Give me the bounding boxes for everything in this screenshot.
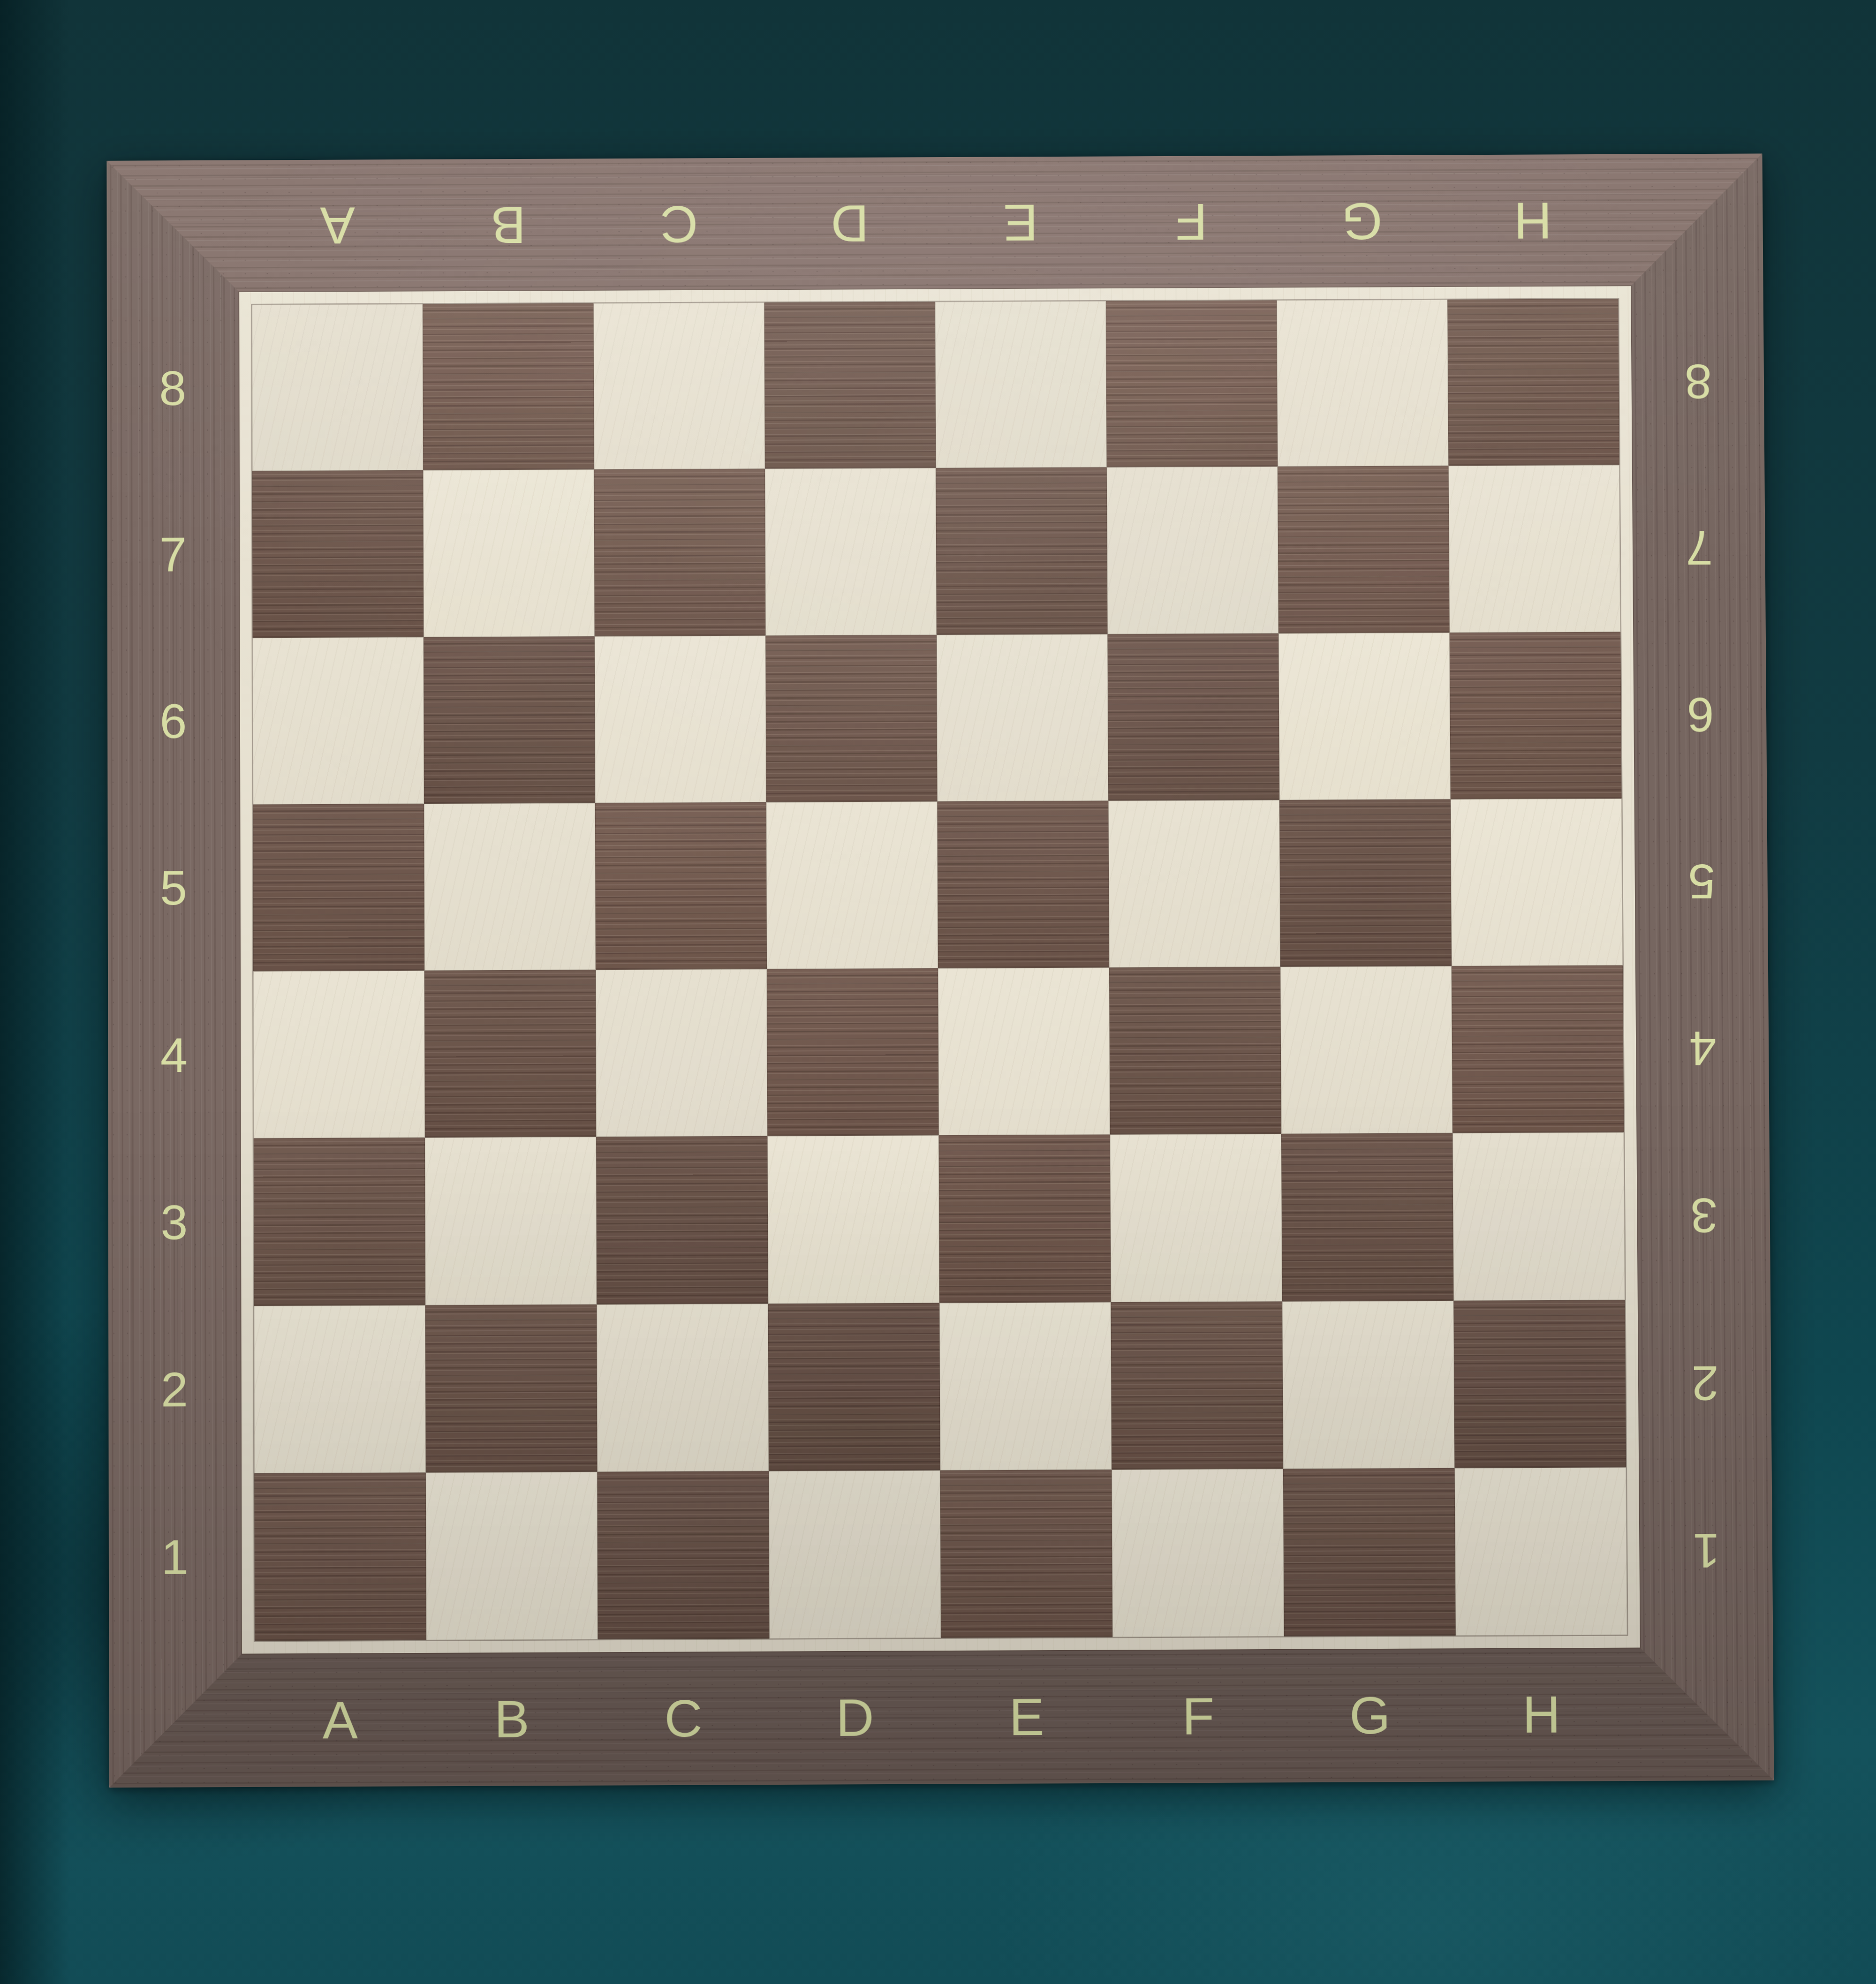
background-cloth: ABCDEFGH ABCDEFGH 87654321 87654321 xyxy=(0,0,1876,1984)
square-g4 xyxy=(1280,966,1452,1134)
square-h2 xyxy=(1453,1300,1626,1468)
board-frame-top xyxy=(106,153,1763,293)
square-h3 xyxy=(1452,1132,1625,1300)
board-frame-left xyxy=(106,160,242,1788)
square-g1 xyxy=(1283,1468,1456,1637)
square-e8 xyxy=(935,301,1107,468)
square-f7 xyxy=(1107,467,1278,634)
square-g5 xyxy=(1279,799,1452,967)
square-e4 xyxy=(938,967,1110,1135)
square-h5 xyxy=(1451,799,1623,966)
square-h8 xyxy=(1447,299,1619,466)
square-f1 xyxy=(1112,1469,1284,1637)
square-f3 xyxy=(1110,1134,1282,1302)
square-h6 xyxy=(1450,632,1622,799)
square-g8 xyxy=(1277,300,1448,467)
square-a6 xyxy=(253,637,424,804)
square-e7 xyxy=(936,468,1107,635)
square-f6 xyxy=(1107,633,1279,800)
square-e5 xyxy=(937,800,1109,968)
square-b5 xyxy=(424,803,596,971)
square-c7 xyxy=(594,469,766,636)
square-a4 xyxy=(253,971,425,1139)
square-c1 xyxy=(597,1471,769,1639)
square-d3 xyxy=(767,1135,939,1303)
board-frame-right xyxy=(1630,153,1774,1781)
chess-board: ABCDEFGH ABCDEFGH 87654321 87654321 xyxy=(106,153,1774,1788)
square-d5 xyxy=(766,801,938,969)
square-h1 xyxy=(1455,1467,1627,1636)
square-d4 xyxy=(767,968,939,1136)
square-e6 xyxy=(937,634,1108,801)
square-c2 xyxy=(597,1304,769,1472)
square-h4 xyxy=(1452,966,1624,1133)
square-b8 xyxy=(423,303,594,470)
square-f4 xyxy=(1109,967,1281,1135)
square-d2 xyxy=(768,1303,940,1471)
square-a1 xyxy=(254,1472,426,1641)
square-f8 xyxy=(1106,300,1278,467)
square-f5 xyxy=(1108,800,1280,968)
square-d1 xyxy=(769,1470,941,1638)
square-d6 xyxy=(765,634,937,802)
board-frame-bottom xyxy=(109,1647,1774,1788)
square-b6 xyxy=(424,636,595,804)
square-h7 xyxy=(1448,465,1620,633)
square-e1 xyxy=(940,1470,1112,1638)
square-g6 xyxy=(1278,633,1451,800)
square-e2 xyxy=(939,1302,1112,1471)
square-b2 xyxy=(425,1304,598,1472)
square-g3 xyxy=(1281,1133,1453,1301)
square-a3 xyxy=(254,1138,425,1305)
square-e3 xyxy=(939,1135,1111,1303)
square-c3 xyxy=(596,1136,768,1304)
square-g2 xyxy=(1282,1300,1455,1469)
square-f2 xyxy=(1111,1301,1283,1470)
square-b4 xyxy=(424,970,596,1138)
board-squares xyxy=(252,299,1627,1641)
square-a2 xyxy=(254,1305,425,1473)
square-d7 xyxy=(765,468,937,635)
square-b7 xyxy=(423,469,595,637)
square-a8 xyxy=(252,304,423,471)
square-c5 xyxy=(595,802,767,970)
square-c8 xyxy=(593,302,765,469)
square-g7 xyxy=(1278,466,1450,634)
square-a5 xyxy=(253,804,424,972)
square-d8 xyxy=(764,302,936,469)
square-b3 xyxy=(425,1137,597,1305)
square-b1 xyxy=(426,1472,598,1640)
square-c4 xyxy=(596,969,767,1137)
square-c6 xyxy=(595,635,766,803)
square-a7 xyxy=(252,470,424,638)
